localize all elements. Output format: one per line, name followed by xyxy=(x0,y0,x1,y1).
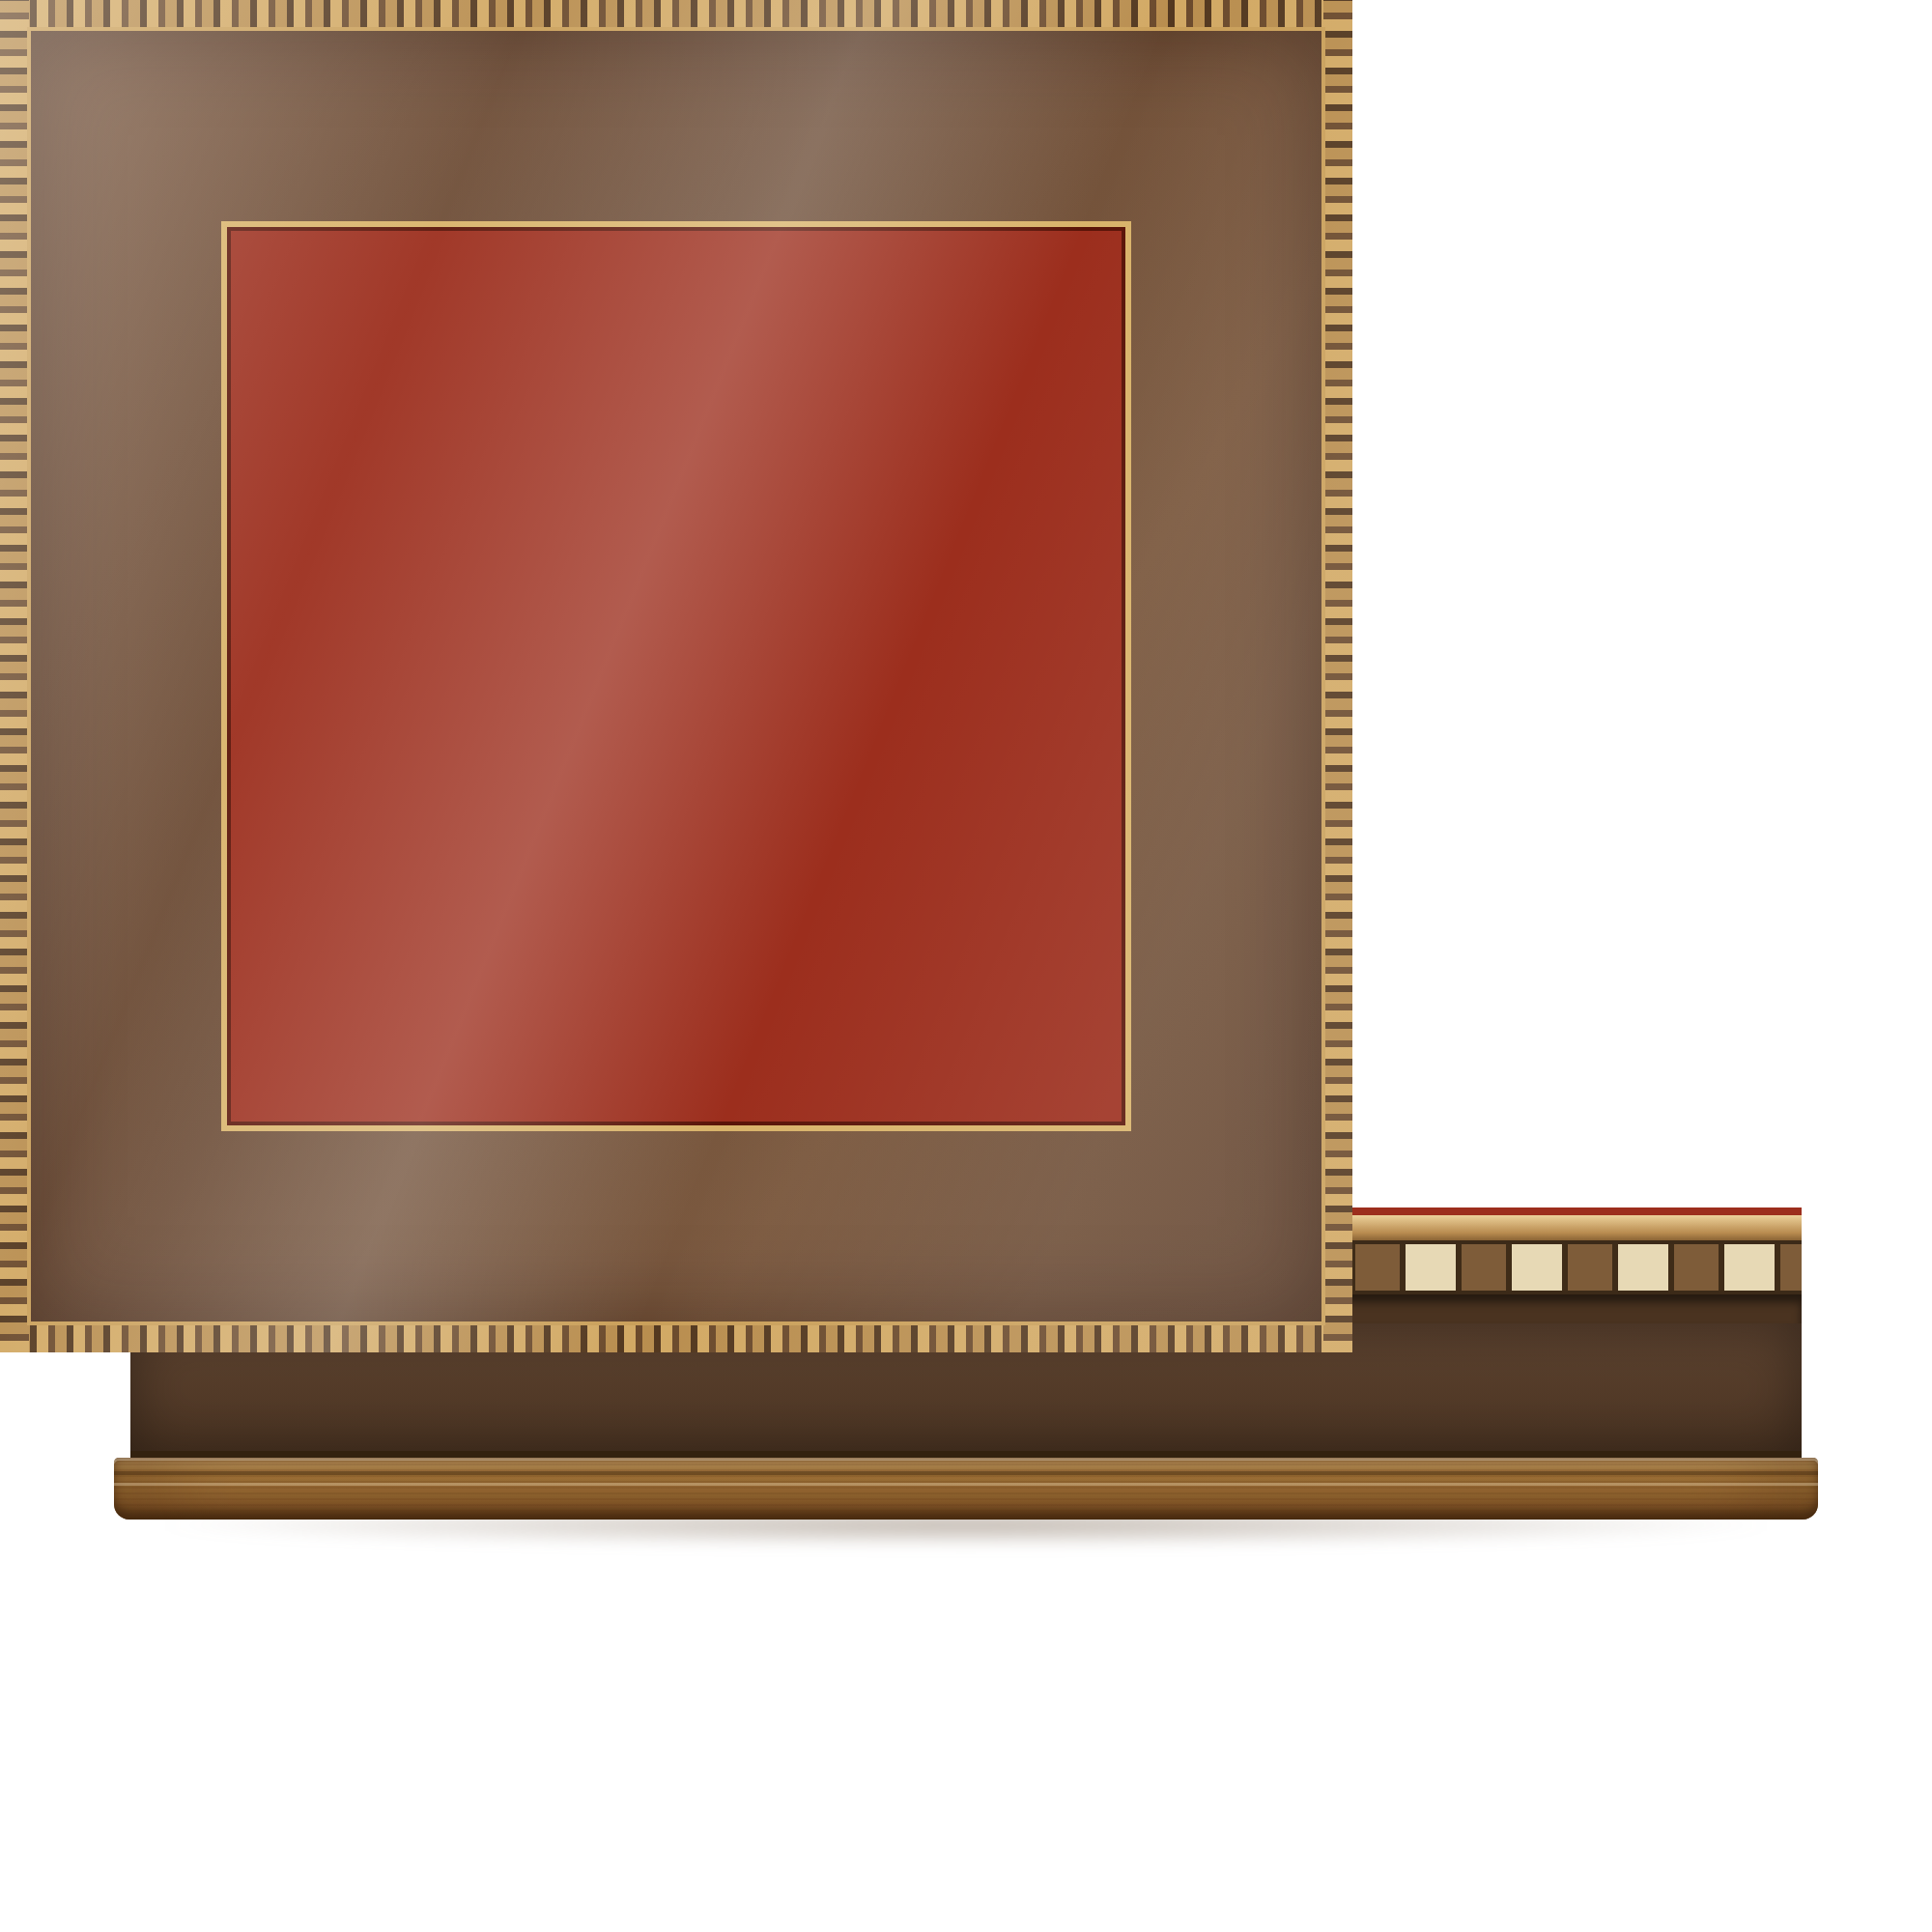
edge-stripe-back xyxy=(0,0,1352,29)
edge-stripe-left xyxy=(0,0,29,1352)
chess-box-scene xyxy=(0,0,1932,1932)
plinth-grain xyxy=(114,1458,1818,1520)
chess-board-grid xyxy=(259,259,1094,1094)
edge-stripe-right xyxy=(1323,0,1352,1352)
edge-stripe-front xyxy=(0,1323,1352,1352)
box-plinth xyxy=(114,1458,1818,1520)
board-top-face xyxy=(0,0,1352,1352)
front-bottom-edge xyxy=(130,1451,1802,1458)
